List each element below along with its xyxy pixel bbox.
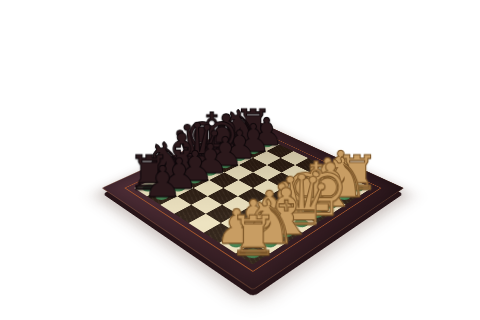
scene: ♜♞♝♛♚♝♞♜♟♟♟♟♟♟♟♟♟♟♟♟♟♟♟♟♜♞♝♛♚♝♞♜ xyxy=(0,0,480,320)
chess-board: ♜♞♝♛♚♝♞♜♟♟♟♟♟♟♟♟♟♟♟♟♟♟♟♟♜♞♝♛♚♝♞♜ xyxy=(102,119,405,290)
chess-set-photo: ♜♞♝♛♚♝♞♜♟♟♟♟♟♟♟♟♟♟♟♟♟♟♟♟♜♞♝♛♚♝♞♜ xyxy=(0,0,480,320)
